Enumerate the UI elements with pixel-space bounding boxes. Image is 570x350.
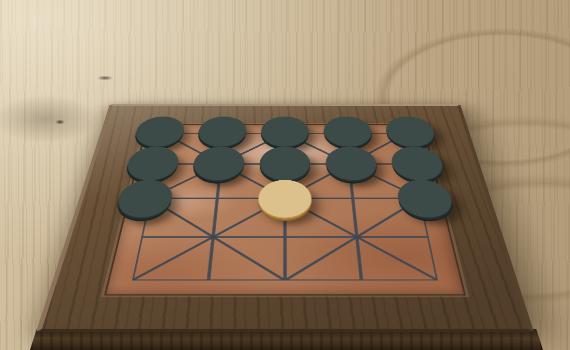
board-point-r5-c4[interactable] <box>323 260 408 308</box>
board-field: ●●●●●●●●●●●●● <box>106 125 464 295</box>
board-point-r3-c2[interactable] <box>177 180 251 218</box>
dark-piece[interactable]: ● <box>187 138 249 181</box>
board-point-r2-c2[interactable]: ● <box>183 147 253 180</box>
board-point-r5-c1[interactable] <box>80 260 170 308</box>
light-piece[interactable]: ● <box>254 171 317 220</box>
game-board: ●●●●●●●●●●●●● <box>36 104 534 332</box>
board-point-r4-c1[interactable] <box>93 218 177 260</box>
board-grid: ●●●●●●●●●●●●● <box>80 117 490 309</box>
board-point-r3-c4[interactable] <box>319 180 393 218</box>
board-point-r4-c4[interactable] <box>321 218 400 260</box>
board-point-r3-c3[interactable]: ● <box>249 180 321 218</box>
board-frame-front-edge <box>30 329 543 350</box>
dark-piece[interactable]: ● <box>109 171 180 220</box>
board-point-r5-c3[interactable] <box>244 260 326 308</box>
board-point-r4-c3[interactable] <box>247 218 324 260</box>
table-surface: ●●●●●●●●●●●●● <box>0 0 570 350</box>
board-point-r3-c1[interactable]: ● <box>105 180 183 218</box>
board-point-r5-c5[interactable] <box>400 260 490 308</box>
board-point-r3-c5[interactable]: ● <box>387 180 465 218</box>
board-point-r4-c5[interactable] <box>393 218 477 260</box>
board-point-r4-c2[interactable] <box>170 218 249 260</box>
board-frame: ●●●●●●●●●●●●● <box>36 104 534 332</box>
board-point-r2-c4[interactable]: ● <box>317 147 387 180</box>
dark-piece[interactable]: ● <box>321 138 383 181</box>
board-point-r5-c2[interactable] <box>162 260 247 308</box>
